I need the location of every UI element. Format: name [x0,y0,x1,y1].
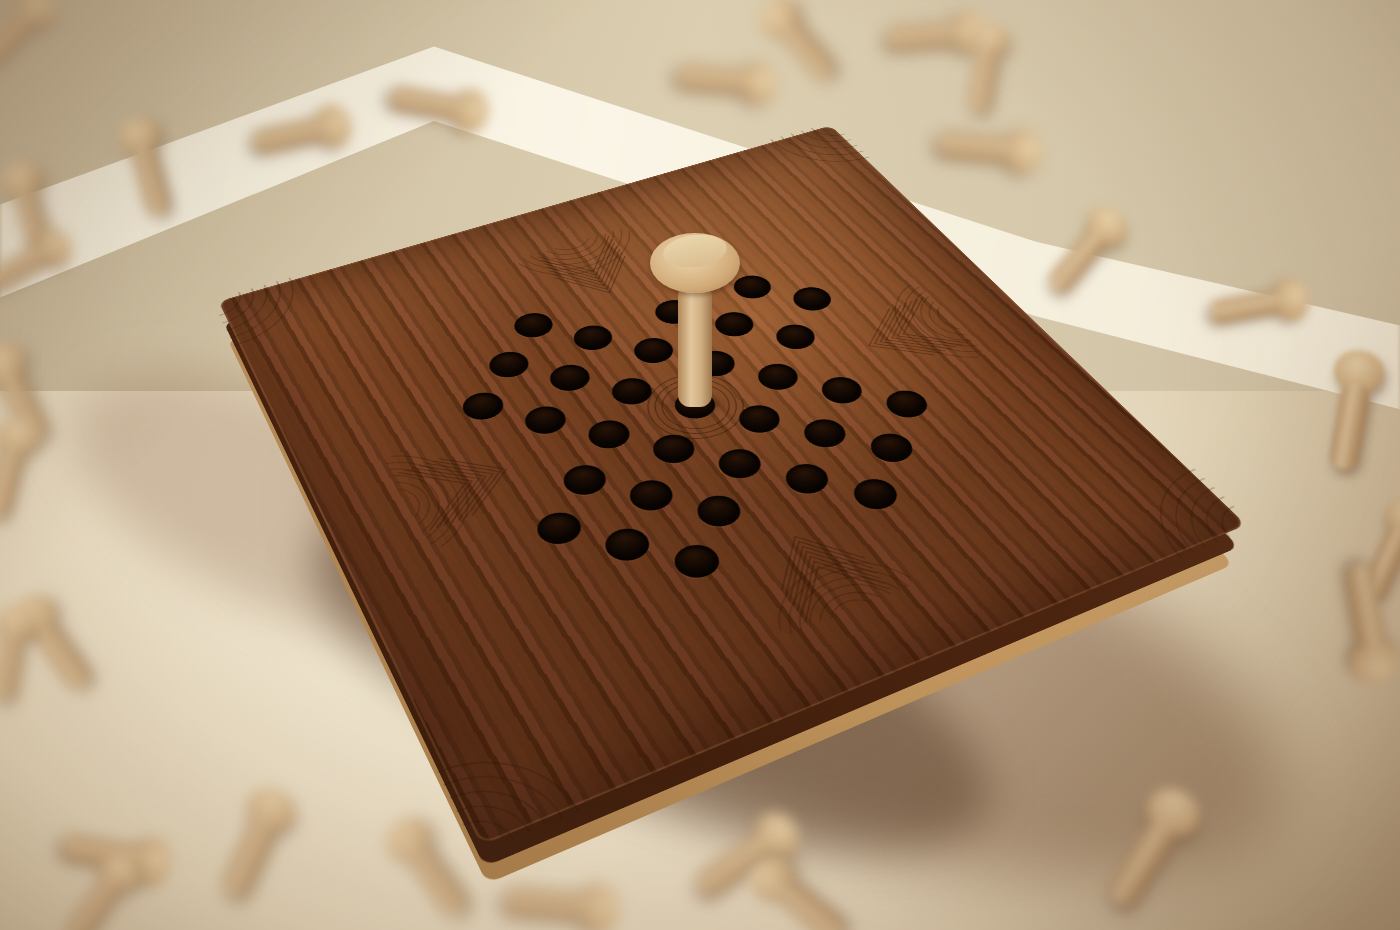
hole-empty[interactable] [753,361,802,393]
peg-shaft [251,116,326,154]
hole-empty[interactable] [544,362,595,395]
hole-empty[interactable] [457,389,510,423]
hole-empty[interactable] [599,524,655,564]
peg-shaft [1328,381,1371,471]
hole-empty[interactable] [669,541,725,582]
peg-shaft [63,873,124,930]
hole-empty[interactable] [772,322,819,353]
peg-shaft [771,875,849,930]
photo-scene [0,0,1400,930]
hole-empty[interactable] [558,461,612,498]
peg-shaft [404,841,471,921]
hole-empty[interactable] [692,492,746,531]
hole-empty[interactable] [729,273,775,302]
hole-empty[interactable] [781,460,833,497]
hole-empty[interactable] [531,509,587,548]
hole-empty[interactable] [568,323,617,354]
peg-shaft [388,85,463,121]
peg-shaft [676,64,750,94]
peg-shaft [30,617,94,693]
peg-shaft [886,21,960,51]
peg-shaft [0,631,25,702]
hole-empty[interactable] [583,417,635,452]
hole-empty[interactable] [713,446,765,482]
removed-peg[interactable] [0,603,38,707]
peg-shaft [219,814,279,901]
hole-empty[interactable] [789,285,835,314]
chevron-engraving [714,490,916,637]
hole-empty[interactable] [710,309,757,339]
peg-shaft [937,131,1015,163]
hole-empty[interactable] [509,310,558,340]
hole-empty[interactable] [817,374,865,407]
peg-shaft [0,444,26,520]
hole-empty[interactable] [624,476,678,514]
removed-peg[interactable] [741,848,858,930]
hole-empty[interactable] [849,475,900,513]
removed-peg[interactable] [498,876,621,930]
peg-shaft [1344,563,1387,653]
peg-shaft [967,47,1000,115]
hole-empty[interactable] [866,430,916,466]
hole-empty[interactable] [799,416,849,451]
removed-peg[interactable] [932,121,1045,174]
removed-peg[interactable] [208,781,302,910]
peg-shaft [130,142,172,218]
hole-empty[interactable] [519,403,572,437]
peg-shaft [1209,289,1284,325]
removed-peg[interactable] [671,55,778,106]
hole-empty[interactable] [629,335,678,366]
corner-arc-engraving [398,616,685,854]
center-peg-shaft [678,287,712,407]
peg-shaft [504,886,589,921]
hole-empty[interactable] [882,387,930,421]
hole-empty[interactable] [484,349,535,381]
removed-peg[interactable] [0,414,42,525]
hole-grid [379,230,971,631]
